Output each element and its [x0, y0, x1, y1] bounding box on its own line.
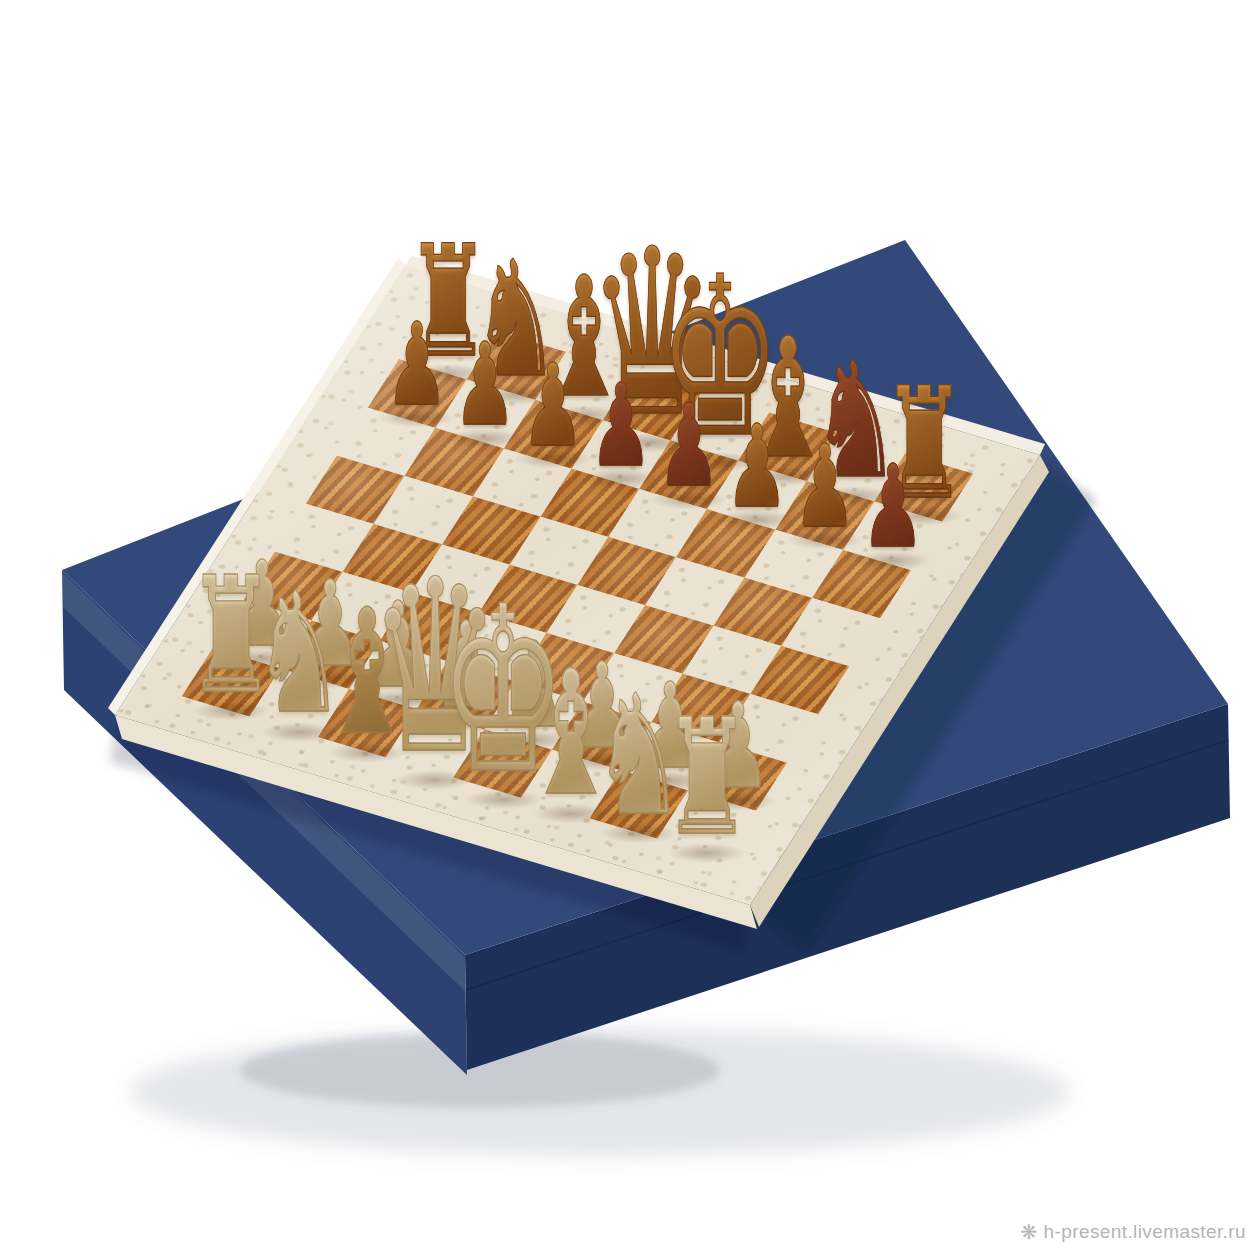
- watermark: ❋ h-present.livemaster.ru: [1020, 1221, 1246, 1243]
- product-photo-scene: ♜♞♝♛♚♝♞♜♟♟♟♟♟♟♟♟♟♟♟♟♟♟♟♟♜♞♝♛♚♝♞♜ ❋ h-pre…: [0, 0, 1250, 1250]
- snowflake-icon: ❋: [1020, 1222, 1037, 1242]
- watermark-text: h-present.livemaster.ru: [1044, 1221, 1246, 1243]
